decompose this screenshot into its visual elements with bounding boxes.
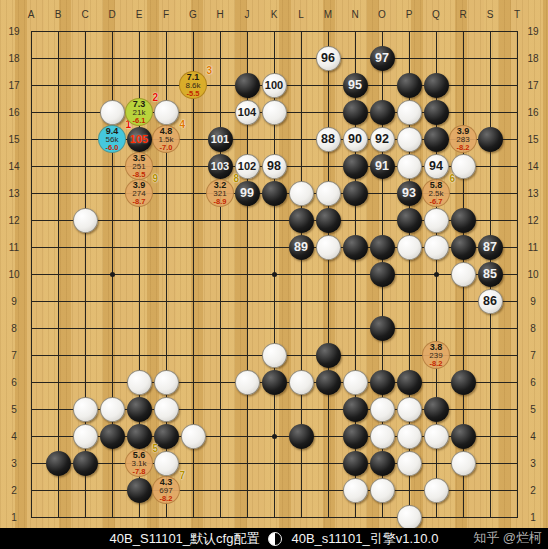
stone-m15[interactable]: 88 xyxy=(316,127,341,152)
column-label: O xyxy=(378,9,386,20)
stone-n14[interactable] xyxy=(343,154,368,179)
stone-n17[interactable]: 95 xyxy=(343,73,368,98)
row-label: 17 xyxy=(8,80,19,91)
row-label: 14 xyxy=(8,161,19,172)
stone-o16[interactable] xyxy=(370,100,395,125)
analysis-f15[interactable]: 4.81.5k-7.04 xyxy=(152,125,180,153)
stone-g4[interactable] xyxy=(181,424,206,449)
row-label: 8 xyxy=(530,323,536,334)
stone-p4[interactable] xyxy=(397,424,422,449)
stone-s11[interactable]: 87 xyxy=(478,235,503,260)
stone-p1[interactable] xyxy=(397,505,422,530)
stone-b3[interactable] xyxy=(46,451,71,476)
analysis-d15[interactable]: 9.456k-6.01 xyxy=(98,125,126,153)
star-point xyxy=(272,272,277,277)
stone-o2[interactable] xyxy=(370,478,395,503)
rank-badge: 7 xyxy=(179,471,185,481)
grid-line xyxy=(517,31,518,518)
column-label: S xyxy=(487,9,494,20)
stone-m18[interactable]: 96 xyxy=(316,46,341,71)
stone-m6[interactable] xyxy=(316,370,341,395)
stone-m11[interactable] xyxy=(316,235,341,260)
rank-badge: 9 xyxy=(152,174,158,184)
stone-m13[interactable] xyxy=(316,181,341,206)
stone-f16[interactable] xyxy=(154,100,179,125)
stone-o18[interactable]: 97 xyxy=(370,46,395,71)
stone-q2[interactable] xyxy=(424,478,449,503)
stone-o11[interactable] xyxy=(370,235,395,260)
move-number: 92 xyxy=(375,133,389,146)
move-number: 94 xyxy=(429,160,443,173)
stone-q12[interactable] xyxy=(424,208,449,233)
stone-q4[interactable] xyxy=(424,424,449,449)
move-number: 99 xyxy=(240,187,254,200)
column-label: N xyxy=(351,9,358,20)
stone-r6[interactable] xyxy=(451,370,476,395)
grid-line xyxy=(328,31,329,518)
column-label: E xyxy=(136,9,143,20)
stone-e4[interactable] xyxy=(127,424,152,449)
stone-q17[interactable] xyxy=(424,73,449,98)
column-label: D xyxy=(108,9,115,20)
column-label: L xyxy=(298,9,304,20)
stone-p14[interactable] xyxy=(397,154,422,179)
stone-p15[interactable] xyxy=(397,127,422,152)
stone-f6[interactable] xyxy=(154,370,179,395)
move-number: 97 xyxy=(375,52,389,65)
column-label: C xyxy=(81,9,88,20)
analysis-e3[interactable]: 5.63.1k-7.85 xyxy=(125,449,153,477)
grid-line xyxy=(31,463,518,464)
analysis-e13[interactable]: 3.9274-8.79 xyxy=(125,179,153,207)
move-number: 95 xyxy=(348,79,362,92)
stone-n13[interactable] xyxy=(343,181,368,206)
analysis-f2[interactable]: 4.3697-8.27 xyxy=(152,476,180,504)
analysis-e16[interactable]: 7.321k-6.12 xyxy=(125,98,153,126)
stone-r11[interactable] xyxy=(451,235,476,260)
row-label: 14 xyxy=(527,161,538,172)
row-label: 4 xyxy=(11,431,17,442)
move-number: 103 xyxy=(211,161,229,172)
stone-n11[interactable] xyxy=(343,235,368,260)
row-label: 9 xyxy=(530,296,536,307)
stone-p6[interactable] xyxy=(397,370,422,395)
stone-r3[interactable] xyxy=(451,451,476,476)
stone-h15[interactable]: 101 xyxy=(208,127,233,152)
column-label: H xyxy=(216,9,223,20)
stone-j16[interactable]: 104 xyxy=(235,100,260,125)
stone-r10[interactable] xyxy=(451,262,476,287)
stone-s10[interactable]: 85 xyxy=(478,262,503,287)
star-point xyxy=(110,272,115,277)
row-label: 4 xyxy=(530,431,536,442)
config-label: 40B_S11101_默认cfg配置 xyxy=(110,530,260,548)
move-number: 86 xyxy=(483,295,497,308)
analysis-e14[interactable]: 3.5251-8.5 xyxy=(125,152,153,180)
row-label: 10 xyxy=(527,269,538,280)
stone-p13[interactable]: 93 xyxy=(397,181,422,206)
rank-badge: 8 xyxy=(233,174,239,184)
stone-c3[interactable] xyxy=(73,451,98,476)
rank-badge: 5 xyxy=(152,444,158,454)
move-number: 85 xyxy=(483,268,497,281)
row-label: 8 xyxy=(11,323,17,334)
move-number: 88 xyxy=(321,133,335,146)
stone-h14[interactable]: 103 xyxy=(208,154,233,179)
column-label: P xyxy=(406,9,413,20)
move-number: 96 xyxy=(321,52,335,65)
row-label: 1 xyxy=(11,512,17,523)
row-label: 2 xyxy=(530,485,536,496)
row-label: 10 xyxy=(8,269,19,280)
stone-e15[interactable]: 105 xyxy=(127,127,152,152)
row-label: 6 xyxy=(11,377,17,388)
row-label: 18 xyxy=(8,53,19,64)
row-label: 17 xyxy=(527,80,538,91)
rank-badge: 4 xyxy=(179,120,185,130)
row-label: 6 xyxy=(530,377,536,388)
rank-badge: 3 xyxy=(206,66,212,76)
score-loss: -7.8 xyxy=(133,468,146,476)
stone-e5[interactable] xyxy=(127,397,152,422)
stone-q14[interactable]: 94 xyxy=(424,154,449,179)
analysis-q13[interactable]: 5.82.5k-6.76 xyxy=(422,179,450,207)
go-analysis-app: ABCDEFGHJKLMNOPQRST191918181717161615151… xyxy=(0,0,548,549)
stone-q15[interactable] xyxy=(424,127,449,152)
row-label: 3 xyxy=(530,458,536,469)
score-loss: -8.2 xyxy=(160,495,173,503)
stone-k7[interactable] xyxy=(262,343,287,368)
column-label: R xyxy=(459,9,466,20)
analysis-r15[interactable]: 3.9283-8.2 xyxy=(449,125,477,153)
row-label: 11 xyxy=(528,242,538,253)
row-label: 5 xyxy=(530,404,536,415)
column-label: B xyxy=(55,9,62,20)
stone-k13[interactable] xyxy=(262,181,287,206)
score-loss: -7.0 xyxy=(160,144,173,152)
column-label: J xyxy=(245,9,250,20)
move-number: 98 xyxy=(267,160,281,173)
row-label: 19 xyxy=(527,26,538,37)
analysis-h13[interactable]: 3.2321-8.98 xyxy=(206,179,234,207)
score-loss: -8.9 xyxy=(214,198,227,206)
stone-j13[interactable]: 99 xyxy=(235,181,260,206)
row-label: 5 xyxy=(11,404,17,415)
stone-d16[interactable] xyxy=(100,100,125,125)
row-label: 11 xyxy=(9,242,19,253)
status-bar: 40B_S11101_默认cfg配置 40B_s11101_引擎v1.10.0 xyxy=(0,528,548,549)
stone-n3[interactable] xyxy=(343,451,368,476)
move-number: 102 xyxy=(238,161,256,172)
stone-n5[interactable] xyxy=(343,397,368,422)
stone-o5[interactable] xyxy=(370,397,395,422)
stone-l11[interactable]: 89 xyxy=(289,235,314,260)
stone-q5[interactable] xyxy=(424,397,449,422)
stone-n2[interactable] xyxy=(343,478,368,503)
stone-k16[interactable] xyxy=(262,100,287,125)
stone-o14[interactable]: 91 xyxy=(370,154,395,179)
score-loss: -6.7 xyxy=(430,198,443,206)
stone-e2[interactable] xyxy=(127,478,152,503)
move-number: 104 xyxy=(238,107,256,118)
row-label: 16 xyxy=(527,107,538,118)
move-number: 89 xyxy=(294,241,308,254)
stone-n16[interactable] xyxy=(343,100,368,125)
stone-l6[interactable] xyxy=(289,370,314,395)
stone-n15[interactable]: 90 xyxy=(343,127,368,152)
row-label: 3 xyxy=(11,458,17,469)
move-number: 90 xyxy=(348,133,362,146)
score-loss: -8.5 xyxy=(133,171,146,179)
move-number: 87 xyxy=(483,241,497,254)
row-label: 1 xyxy=(530,512,536,523)
score-loss: -8.7 xyxy=(133,198,146,206)
stone-r4[interactable] xyxy=(451,424,476,449)
score-loss: -8.2 xyxy=(430,360,443,368)
stone-p12[interactable] xyxy=(397,208,422,233)
row-label: 15 xyxy=(8,134,19,145)
stone-k14[interactable]: 98 xyxy=(262,154,287,179)
move-number: 91 xyxy=(375,160,389,173)
stone-p11[interactable] xyxy=(397,235,422,260)
stone-r12[interactable] xyxy=(451,208,476,233)
row-label: 2 xyxy=(11,485,17,496)
stone-s15[interactable] xyxy=(478,127,503,152)
stone-j6[interactable] xyxy=(235,370,260,395)
stone-o4[interactable] xyxy=(370,424,395,449)
stone-p17[interactable] xyxy=(397,73,422,98)
move-number: 100 xyxy=(265,80,283,91)
rank-badge: 2 xyxy=(152,93,158,103)
row-label: 15 xyxy=(527,134,538,145)
stone-o6[interactable] xyxy=(370,370,395,395)
stone-e6[interactable] xyxy=(127,370,152,395)
stone-n4[interactable] xyxy=(343,424,368,449)
stone-l4[interactable] xyxy=(289,424,314,449)
row-label: 7 xyxy=(11,350,17,361)
stone-d5[interactable] xyxy=(100,397,125,422)
analysis-q7[interactable]: 3.8239-8.2 xyxy=(422,341,450,369)
stone-l12[interactable] xyxy=(289,208,314,233)
move-number: 93 xyxy=(402,187,416,200)
row-label: 16 xyxy=(8,107,19,118)
grid-line xyxy=(31,517,518,518)
stone-m7[interactable] xyxy=(316,343,341,368)
score-loss: -6.1 xyxy=(133,117,146,125)
stone-k6[interactable] xyxy=(262,370,287,395)
stone-p3[interactable] xyxy=(397,451,422,476)
column-label: K xyxy=(271,9,278,20)
score-loss: -5.5 xyxy=(187,90,200,98)
stone-k17[interactable]: 100 xyxy=(262,73,287,98)
stone-f3[interactable] xyxy=(154,451,179,476)
black-white-stone-icon xyxy=(268,532,282,546)
stone-c5[interactable] xyxy=(73,397,98,422)
row-label: 13 xyxy=(527,188,538,199)
column-label: Q xyxy=(432,9,440,20)
stone-c4[interactable] xyxy=(73,424,98,449)
row-label: 19 xyxy=(8,26,19,37)
move-number: 101 xyxy=(211,134,229,145)
stone-o3[interactable] xyxy=(370,451,395,476)
stone-q11[interactable] xyxy=(424,235,449,260)
score-loss: -8.2 xyxy=(457,144,470,152)
stone-p16[interactable] xyxy=(397,100,422,125)
rank-badge: 6 xyxy=(449,174,455,184)
column-label: A xyxy=(28,9,35,20)
column-label: F xyxy=(163,9,169,20)
row-label: 18 xyxy=(527,53,538,64)
score-loss: -6.0 xyxy=(106,144,119,152)
row-label: 12 xyxy=(8,215,19,226)
stone-p5[interactable] xyxy=(397,397,422,422)
stone-o10[interactable] xyxy=(370,262,395,287)
column-label: G xyxy=(189,9,197,20)
engine-label: 40B_s11101_引擎v1.10.0 xyxy=(291,530,438,548)
stone-f5[interactable] xyxy=(154,397,179,422)
stone-j17[interactable] xyxy=(235,73,260,98)
column-label: T xyxy=(514,9,520,20)
row-label: 12 xyxy=(527,215,538,226)
stone-l13[interactable] xyxy=(289,181,314,206)
star-point xyxy=(272,434,277,439)
stone-o15[interactable]: 92 xyxy=(370,127,395,152)
grid-line xyxy=(31,301,518,302)
row-label: 13 xyxy=(8,188,19,199)
stone-s9[interactable]: 86 xyxy=(478,289,503,314)
watermark: 知乎 @烂柯 xyxy=(473,529,542,547)
row-label: 9 xyxy=(11,296,17,307)
stone-m12[interactable] xyxy=(316,208,341,233)
move-number: 105 xyxy=(130,134,148,145)
analysis-g17[interactable]: 7.18.6k-5.53 xyxy=(179,71,207,99)
stone-o8[interactable] xyxy=(370,316,395,341)
stone-n6[interactable] xyxy=(343,370,368,395)
grid-line xyxy=(31,328,518,329)
column-label: M xyxy=(324,9,332,20)
row-label: 7 xyxy=(530,350,536,361)
star-point xyxy=(434,272,439,277)
stone-q16[interactable] xyxy=(424,100,449,125)
stone-c12[interactable] xyxy=(73,208,98,233)
stone-d4[interactable] xyxy=(100,424,125,449)
